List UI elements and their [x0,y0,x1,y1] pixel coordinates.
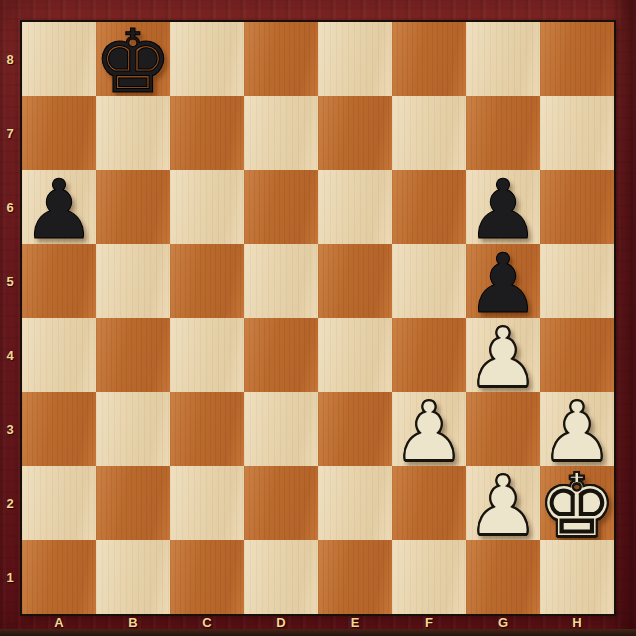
square-d7[interactable] [244,96,318,170]
piece-black-pawn-a6[interactable]: ♟ [22,173,96,247]
file-label-d: D [244,615,318,630]
square-a4[interactable] [22,318,96,392]
square-h1[interactable] [540,540,614,614]
square-c7[interactable] [170,96,244,170]
rank-labels: 87654321 [0,22,20,614]
square-h8[interactable] [540,22,614,96]
square-a5[interactable] [22,244,96,318]
square-f7[interactable] [392,96,466,170]
rank-label-8: 8 [0,22,20,96]
square-b5[interactable] [96,244,170,318]
square-d1[interactable] [244,540,318,614]
square-a7[interactable] [22,96,96,170]
file-label-e: E [318,615,392,630]
rank-label-6: 6 [0,170,20,244]
file-label-c: C [170,615,244,630]
square-b2[interactable] [96,466,170,540]
square-b6[interactable] [96,170,170,244]
square-f2[interactable] [392,466,466,540]
piece-white-king-h2[interactable]: ♚ [540,469,614,543]
square-e3[interactable] [318,392,392,466]
square-d2[interactable] [244,466,318,540]
square-c2[interactable] [170,466,244,540]
piece-white-pawn-f3[interactable]: ♟ [392,395,466,469]
square-g5[interactable]: ♟ [466,244,540,318]
square-d8[interactable] [244,22,318,96]
rank-label-4: 4 [0,318,20,392]
chess-board: ♚♟♟♟♟♟♟♟♚ [20,20,616,616]
square-a2[interactable] [22,466,96,540]
square-a6[interactable]: ♟ [22,170,96,244]
square-d4[interactable] [244,318,318,392]
square-f6[interactable] [392,170,466,244]
square-g2[interactable]: ♟ [466,466,540,540]
square-b3[interactable] [96,392,170,466]
frame-bottom-edge [0,629,636,636]
rank-label-7: 7 [0,96,20,170]
square-c3[interactable] [170,392,244,466]
square-a1[interactable] [22,540,96,614]
square-a8[interactable] [22,22,96,96]
square-g6[interactable]: ♟ [466,170,540,244]
piece-white-pawn-g4[interactable]: ♟ [466,321,540,395]
square-h6[interactable] [540,170,614,244]
file-label-f: F [392,615,466,630]
square-a3[interactable] [22,392,96,466]
square-e5[interactable] [318,244,392,318]
square-h7[interactable] [540,96,614,170]
square-e2[interactable] [318,466,392,540]
square-c6[interactable] [170,170,244,244]
square-h5[interactable] [540,244,614,318]
square-b8[interactable]: ♚ [96,22,170,96]
square-g4[interactable]: ♟ [466,318,540,392]
square-e8[interactable] [318,22,392,96]
square-e4[interactable] [318,318,392,392]
file-label-g: G [466,615,540,630]
square-c4[interactable] [170,318,244,392]
file-labels: ABCDEFGH [22,615,614,630]
square-e6[interactable] [318,170,392,244]
square-h2[interactable]: ♚ [540,466,614,540]
square-f4[interactable] [392,318,466,392]
piece-white-pawn-g2[interactable]: ♟ [466,469,540,543]
file-label-a: A [22,615,96,630]
square-b7[interactable] [96,96,170,170]
rank-label-5: 5 [0,244,20,318]
square-d3[interactable] [244,392,318,466]
square-g8[interactable] [466,22,540,96]
square-e7[interactable] [318,96,392,170]
square-c5[interactable] [170,244,244,318]
square-h4[interactable] [540,318,614,392]
rank-label-3: 3 [0,392,20,466]
square-c1[interactable] [170,540,244,614]
file-label-b: B [96,615,170,630]
square-f8[interactable] [392,22,466,96]
rank-label-1: 1 [0,540,20,614]
square-f3[interactable]: ♟ [392,392,466,466]
square-f5[interactable] [392,244,466,318]
square-b4[interactable] [96,318,170,392]
square-b1[interactable] [96,540,170,614]
square-d5[interactable] [244,244,318,318]
square-g3[interactable] [466,392,540,466]
square-d6[interactable] [244,170,318,244]
board-frame: ♚♟♟♟♟♟♟♟♚ 87654321 ABCDEFGH [0,0,636,636]
square-g1[interactable] [466,540,540,614]
rank-label-2: 2 [0,466,20,540]
square-c8[interactable] [170,22,244,96]
square-g7[interactable] [466,96,540,170]
file-label-h: H [540,615,614,630]
square-e1[interactable] [318,540,392,614]
piece-black-king-b8[interactable]: ♚ [96,25,170,99]
square-f1[interactable] [392,540,466,614]
